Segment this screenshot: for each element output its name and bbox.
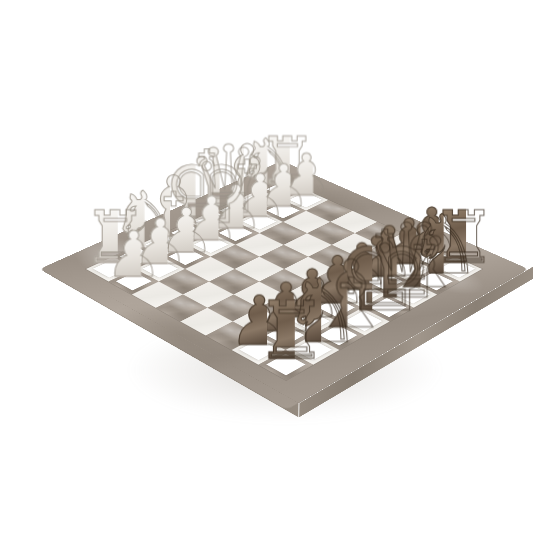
piece-white-pawn-h2[interactable]: ♟ (105, 223, 141, 286)
square-h2: ♟ (108, 269, 158, 294)
chess-set-photo: ♜♟♟♜♞♟♟♞♝♟♟♝♛♟♟♛♚♟♟♚♝♟♟♝♞♟♟♞♜♟♟♜ (0, 0, 533, 533)
piece-grey-rook-h8[interactable]: ♜ (255, 290, 294, 370)
square-h8: ♜ (258, 349, 313, 379)
